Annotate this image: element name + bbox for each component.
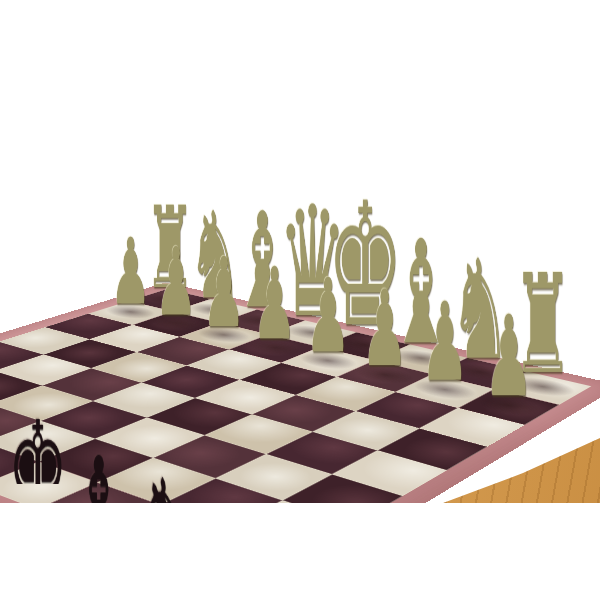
piece-green-p-h2[interactable]: ♟ <box>484 301 534 413</box>
piece-green-p-b2[interactable]: ♟ <box>155 235 197 329</box>
piece-green-p-d2[interactable]: ♟ <box>252 254 297 353</box>
piece-green-p-c2[interactable]: ♟ <box>202 244 245 341</box>
piece-green-p-e2[interactable]: ♟ <box>305 265 351 367</box>
chess-set-photo: ♜♞♝♛♚♝♞♜♟♟♟♟♟♟♟♟♚♝♞ <box>0 0 600 600</box>
piece-green-p-a2[interactable]: ♟ <box>110 226 151 318</box>
photo-crop-mask <box>0 503 600 600</box>
piece-green-p-f2[interactable]: ♟ <box>361 276 408 381</box>
piece-green-p-g2[interactable]: ♟ <box>421 288 470 396</box>
